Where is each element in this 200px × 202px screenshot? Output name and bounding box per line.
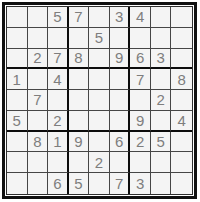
cell-r1c3[interactable]: 5 [48, 7, 69, 28]
cell-r5c4[interactable] [69, 90, 90, 111]
cell-r5c5[interactable] [89, 90, 110, 111]
cell-r1c5[interactable] [89, 7, 110, 28]
cell-r5c2[interactable]: 7 [28, 90, 49, 111]
cell-r3c1[interactable] [7, 49, 28, 70]
cell-r3c3[interactable]: 7 [48, 49, 69, 70]
cell-r3c9[interactable] [171, 49, 192, 70]
cell-r6c1[interactable]: 5 [7, 111, 28, 132]
cell-r9c5[interactable] [89, 173, 110, 194]
cell-r9c1[interactable] [7, 173, 28, 194]
cell-r1c8[interactable] [151, 7, 172, 28]
cell-r3c2[interactable]: 2 [28, 49, 49, 70]
cell-r4c3[interactable]: 4 [48, 69, 69, 90]
cell-r6c9[interactable]: 4 [171, 111, 192, 132]
cell-r2c9[interactable] [171, 28, 192, 49]
cell-r9c2[interactable] [28, 173, 49, 194]
cell-r9c6[interactable]: 7 [110, 173, 131, 194]
cell-r4c6[interactable] [110, 69, 131, 90]
cell-r5c7[interactable] [130, 90, 151, 111]
cell-r6c6[interactable] [110, 111, 131, 132]
cell-r8c7[interactable] [130, 152, 151, 173]
cell-r9c9[interactable] [171, 173, 192, 194]
cell-r5c9[interactable] [171, 90, 192, 111]
cell-r8c6[interactable] [110, 152, 131, 173]
cell-r2c7[interactable] [130, 28, 151, 49]
cell-r1c9[interactable] [171, 7, 192, 28]
cell-r6c3[interactable]: 2 [48, 111, 69, 132]
cell-r5c3[interactable] [48, 90, 69, 111]
cell-r6c8[interactable] [151, 111, 172, 132]
cell-r7c6[interactable]: 6 [110, 132, 131, 153]
cell-r7c8[interactable]: 5 [151, 132, 172, 153]
cell-r1c1[interactable] [7, 7, 28, 28]
cell-r8c9[interactable] [171, 152, 192, 173]
cell-r2c2[interactable] [28, 28, 49, 49]
cell-r2c3[interactable] [48, 28, 69, 49]
cell-r2c4[interactable] [69, 28, 90, 49]
cell-r9c7[interactable]: 3 [130, 173, 151, 194]
cell-r4c4[interactable] [69, 69, 90, 90]
cell-r2c6[interactable] [110, 28, 131, 49]
cell-r9c8[interactable] [151, 173, 172, 194]
cell-r1c4[interactable]: 7 [69, 7, 90, 28]
cell-r5c8[interactable]: 2 [151, 90, 172, 111]
cell-r7c5[interactable] [89, 132, 110, 153]
cell-r2c8[interactable] [151, 28, 172, 49]
cell-r4c1[interactable]: 1 [7, 69, 28, 90]
cell-r8c8[interactable] [151, 152, 172, 173]
sudoku-board-frame: 57345278963147872529481962526573 [2, 2, 197, 199]
cell-r7c7[interactable]: 2 [130, 132, 151, 153]
cell-r1c2[interactable] [28, 7, 49, 28]
cell-r6c4[interactable] [69, 111, 90, 132]
cell-r4c5[interactable] [89, 69, 110, 90]
cell-r4c9[interactable]: 8 [171, 69, 192, 90]
cell-r3c6[interactable]: 9 [110, 49, 131, 70]
cell-r1c6[interactable]: 3 [110, 7, 131, 28]
cell-r8c5[interactable]: 2 [89, 152, 110, 173]
cell-r7c3[interactable]: 1 [48, 132, 69, 153]
cell-r7c9[interactable] [171, 132, 192, 153]
cell-r8c3[interactable] [48, 152, 69, 173]
cell-r7c4[interactable]: 9 [69, 132, 90, 153]
cell-r4c2[interactable] [28, 69, 49, 90]
cell-r5c6[interactable] [110, 90, 131, 111]
cell-r3c7[interactable]: 6 [130, 49, 151, 70]
cell-r8c1[interactable] [7, 152, 28, 173]
cell-r3c4[interactable]: 8 [69, 49, 90, 70]
cell-r3c5[interactable] [89, 49, 110, 70]
sudoku-grid: 57345278963147872529481962526573 [6, 6, 193, 195]
cell-r5c1[interactable] [7, 90, 28, 111]
cell-r7c1[interactable] [7, 132, 28, 153]
sudoku-page: 57345278963147872529481962526573 [0, 0, 200, 202]
cell-r8c4[interactable] [69, 152, 90, 173]
cell-r9c3[interactable]: 6 [48, 173, 69, 194]
cell-r2c5[interactable]: 5 [89, 28, 110, 49]
cell-r7c2[interactable]: 8 [28, 132, 49, 153]
cell-r6c7[interactable]: 9 [130, 111, 151, 132]
cell-r6c2[interactable] [28, 111, 49, 132]
cell-r2c1[interactable] [7, 28, 28, 49]
cell-r4c8[interactable] [151, 69, 172, 90]
cell-r6c5[interactable] [89, 111, 110, 132]
cell-r9c4[interactable]: 5 [69, 173, 90, 194]
cell-r8c2[interactable] [28, 152, 49, 173]
cell-r1c7[interactable]: 4 [130, 7, 151, 28]
cell-r4c7[interactable]: 7 [130, 69, 151, 90]
cell-r3c8[interactable]: 3 [151, 49, 172, 70]
